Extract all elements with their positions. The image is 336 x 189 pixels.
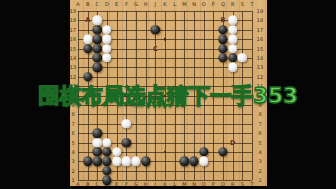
black-stone bbox=[93, 157, 102, 166]
coordinate-number-left: 7 bbox=[71, 121, 74, 126]
black-stone bbox=[93, 147, 102, 156]
black-stone bbox=[218, 53, 227, 62]
coordinate-letter-top: S bbox=[241, 2, 244, 7]
black-stone bbox=[151, 25, 160, 34]
move-option-b[interactable]: B bbox=[221, 17, 226, 24]
black-stone bbox=[83, 157, 92, 166]
black-stone bbox=[93, 128, 102, 137]
grid-line-horizontal bbox=[78, 133, 252, 134]
white-stone bbox=[102, 53, 111, 62]
coordinate-letter-top: Q bbox=[221, 2, 225, 7]
coordinate-letter-top: P bbox=[212, 2, 215, 7]
coordinate-number-right: 16 bbox=[257, 37, 263, 42]
white-stone bbox=[238, 53, 247, 62]
white-stone bbox=[122, 157, 131, 166]
white-stone bbox=[228, 16, 237, 25]
black-stone bbox=[189, 157, 198, 166]
video-title-overlay: 围棋布局选点猜下一手353 bbox=[0, 84, 336, 108]
white-stone bbox=[93, 138, 102, 147]
coordinate-letter-top: F bbox=[125, 2, 128, 7]
coordinate-number-left: 17 bbox=[70, 27, 76, 32]
coordinate-number-right: 1 bbox=[258, 178, 261, 183]
white-stone bbox=[228, 34, 237, 43]
black-stone bbox=[83, 44, 92, 53]
white-stone bbox=[122, 119, 131, 128]
coordinate-number-right: 7 bbox=[258, 121, 261, 126]
black-stone bbox=[122, 138, 131, 147]
white-stone bbox=[228, 63, 237, 72]
coordinate-number-left: 16 bbox=[70, 37, 76, 42]
white-stone bbox=[83, 34, 92, 43]
black-stone bbox=[102, 166, 111, 175]
white-stone bbox=[102, 25, 111, 34]
coordinate-number-right: 8 bbox=[258, 112, 261, 117]
black-stone bbox=[218, 44, 227, 53]
coordinate-number-left: 3 bbox=[71, 159, 74, 164]
coordinate-letter-top: B bbox=[86, 2, 89, 7]
coordinate-number-left: 12 bbox=[70, 74, 76, 79]
coordinate-number-left: 13 bbox=[70, 65, 76, 70]
move-option-d[interactable]: D bbox=[230, 139, 235, 146]
black-stone bbox=[93, 53, 102, 62]
white-stone bbox=[102, 44, 111, 53]
coordinate-letter-top: C bbox=[96, 2, 100, 7]
coordinate-number-right: 12 bbox=[257, 74, 263, 79]
coordinate-number-left: 6 bbox=[71, 131, 74, 136]
black-stone bbox=[102, 157, 111, 166]
black-stone bbox=[218, 147, 227, 156]
coordinate-letter-top: A bbox=[76, 2, 79, 7]
black-stone bbox=[218, 25, 227, 34]
coordinate-number-right: 2 bbox=[258, 168, 261, 173]
black-stone bbox=[102, 147, 111, 156]
black-stone bbox=[83, 72, 92, 81]
coordinate-letter-top: D bbox=[105, 2, 109, 7]
white-stone bbox=[102, 138, 111, 147]
coordinate-number-right: 13 bbox=[257, 65, 263, 70]
coordinate-number-right: 19 bbox=[257, 9, 263, 14]
coordinate-number-left: 15 bbox=[70, 46, 76, 51]
coordinate-number-left: 8 bbox=[71, 112, 74, 117]
coordinate-number-right: 3 bbox=[258, 159, 261, 164]
black-stone bbox=[228, 53, 237, 62]
coordinate-number-left: 19 bbox=[70, 9, 76, 14]
move-option-c[interactable]: C bbox=[153, 45, 158, 52]
coordinate-number-right: 15 bbox=[257, 46, 263, 51]
black-stone bbox=[180, 157, 189, 166]
move-option-a[interactable]: A bbox=[85, 17, 90, 24]
coordinate-number-left: 2 bbox=[71, 168, 74, 173]
coordinate-number-left: 14 bbox=[70, 56, 76, 61]
black-stone bbox=[93, 44, 102, 53]
coordinate-number-right: 6 bbox=[258, 131, 261, 136]
coordinate-letter-top: H bbox=[144, 2, 148, 7]
black-stone bbox=[199, 147, 208, 156]
white-stone bbox=[102, 34, 111, 43]
coordinate-letter-top: L bbox=[173, 2, 176, 7]
black-stone bbox=[93, 34, 102, 43]
coordinate-number-right: 17 bbox=[257, 27, 263, 32]
black-stone bbox=[141, 157, 150, 166]
white-stone bbox=[131, 157, 140, 166]
black-stone bbox=[102, 175, 111, 184]
white-stone bbox=[228, 44, 237, 53]
coordinate-number-right: 18 bbox=[257, 18, 263, 23]
coordinate-number-right: 4 bbox=[258, 150, 261, 155]
letterbox-bottom bbox=[0, 186, 336, 189]
coordinate-number-left: 18 bbox=[70, 18, 76, 23]
coordinate-letter-top: K bbox=[163, 2, 166, 7]
black-stone bbox=[93, 25, 102, 34]
coordinate-letter-top: J bbox=[155, 2, 156, 7]
white-stone bbox=[112, 157, 121, 166]
white-stone bbox=[199, 157, 208, 166]
white-stone bbox=[228, 25, 237, 34]
coordinate-number-left: 4 bbox=[71, 150, 74, 155]
coordinate-letter-top: O bbox=[202, 2, 206, 7]
white-stone bbox=[112, 147, 121, 156]
coordinate-letter-top: N bbox=[192, 2, 196, 7]
white-stone bbox=[93, 16, 102, 25]
screenshot-stage: AABBCCDDEEFFGGHHJJKKLLMMNNOOPPQQRRSSTT19… bbox=[0, 0, 336, 189]
coordinate-letter-top: T bbox=[250, 2, 253, 7]
coordinate-letter-top: G bbox=[134, 2, 138, 7]
black-stone bbox=[93, 63, 102, 72]
coordinate-number-right: 5 bbox=[258, 140, 261, 145]
coordinate-letter-top: R bbox=[231, 2, 234, 7]
coordinate-number-right: 14 bbox=[257, 56, 263, 61]
coordinate-number-left: 5 bbox=[71, 140, 74, 145]
grid-line-horizontal bbox=[78, 114, 252, 115]
coordinate-letter-top: M bbox=[182, 2, 186, 7]
coordinate-number-left: 1 bbox=[71, 178, 74, 183]
coordinate-letter-top: E bbox=[115, 2, 118, 7]
grid-line-horizontal bbox=[78, 124, 252, 125]
black-stone bbox=[218, 34, 227, 43]
